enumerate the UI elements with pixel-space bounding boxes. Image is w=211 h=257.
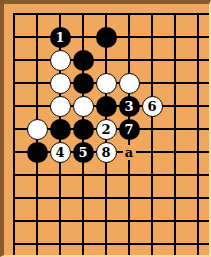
white-stone-move-2-c5r6: 2 [96,119,117,140]
black-stone-move-1-c3r2: 1 [50,27,71,48]
black-stone-c4r6 [73,119,94,140]
grid-hline [13,220,209,222]
black-stone-move-5-c4r7: 5 [73,142,94,163]
grid-hline [13,197,209,199]
grid-hline [13,174,209,176]
white-stone-c3r4 [50,73,71,94]
grid-vline [174,13,176,255]
black-stone-c5r2 [96,27,117,48]
white-stone-c3r3 [50,50,71,71]
black-stone-c4r4 [73,73,94,94]
grid-vline [13,13,15,255]
black-stone-c3r6 [50,119,71,140]
white-stone-c3r5 [50,96,71,117]
white-stone-c5r4 [96,73,117,94]
point-label-a: a [123,145,136,160]
white-stone-c4r5 [73,96,94,117]
black-stone-move-7-c6r6: 7 [119,119,140,140]
grid-hline [13,59,209,61]
white-stone-c6r4 [119,73,140,94]
black-stone-c4r3 [73,50,94,71]
grid-vline [197,13,199,255]
grid-vline [151,13,153,255]
white-stone-move-8-c5r7: 8 [96,142,117,163]
black-stone-c5r5 [96,96,117,117]
grid-hline [13,243,209,245]
go-board-diagram: 13627458a [0,0,211,257]
white-stone-c2r6 [27,119,48,140]
white-stone-move-6-c7r5: 6 [142,96,163,117]
black-stone-move-3-c6r5: 3 [119,96,140,117]
go-board-grid: 13627458a [4,4,209,255]
grid-hline [13,13,209,15]
white-stone-move-4-c3r7: 4 [50,142,71,163]
black-stone-c2r7 [27,142,48,163]
